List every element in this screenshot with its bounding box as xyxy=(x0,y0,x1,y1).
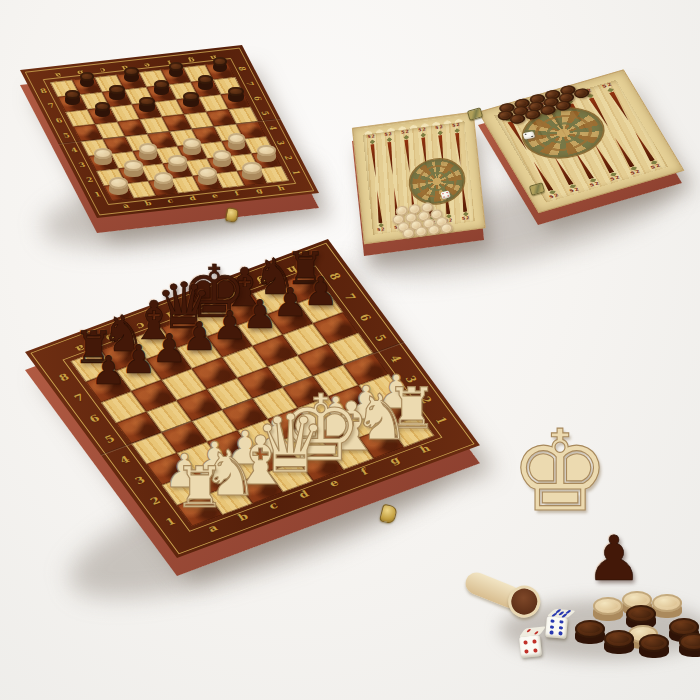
rank-label: 6 xyxy=(52,117,67,124)
file-label: g xyxy=(252,274,272,287)
rank-label: 5 xyxy=(59,132,74,139)
file-label: f xyxy=(354,465,374,478)
chess-board: aabbccddeeffgghh8877665544332211 xyxy=(25,239,480,558)
file-label: e xyxy=(324,476,344,489)
backgammon-hinge-far-icon xyxy=(467,107,483,120)
file-label: b xyxy=(140,200,157,208)
rank-label: 7 xyxy=(243,79,256,88)
rank-label: 7 xyxy=(44,102,59,109)
rank-label: 8 xyxy=(36,87,51,94)
file-label: c xyxy=(263,499,283,512)
file-label: d xyxy=(161,308,181,321)
file-label: d xyxy=(294,488,314,501)
die-pip xyxy=(447,195,449,197)
file-label: c xyxy=(162,197,179,205)
product-photo: aabbccddeeffgghh8877665544332211 5252525… xyxy=(0,0,700,700)
rank-label: 1 xyxy=(90,191,105,198)
backgammon-stone-light xyxy=(402,227,415,238)
rank-label: 1 xyxy=(289,168,302,177)
rank-label: 8 xyxy=(324,267,345,285)
file-label: b xyxy=(101,331,121,344)
file-label: g xyxy=(385,454,405,467)
backgammon-stone-light xyxy=(440,222,453,233)
die-pip xyxy=(442,193,444,195)
rank-label: 2 xyxy=(142,493,167,508)
rank-label: 7 xyxy=(339,288,360,306)
rank-label: 3 xyxy=(127,472,152,487)
file-label: e xyxy=(192,297,212,310)
file-label: h xyxy=(273,185,290,193)
rank-label: 1 xyxy=(158,514,183,529)
file-label: c xyxy=(131,320,151,333)
rank-label: 8 xyxy=(51,369,76,384)
file-label: f xyxy=(222,286,242,299)
file-label: h xyxy=(283,263,303,276)
rank-label: 1 xyxy=(430,411,451,429)
rank-label: 3 xyxy=(400,370,421,388)
rank-label: 4 xyxy=(385,350,406,368)
rank-label: 5 xyxy=(258,109,271,118)
checkers-board: aabbccddeeffgghh8877665544332211 xyxy=(20,45,319,218)
die-pip xyxy=(443,196,445,198)
rank-label: 3 xyxy=(75,161,90,168)
rank-label: 3 xyxy=(274,138,287,147)
file-label: h xyxy=(415,442,435,455)
rank-label: 5 xyxy=(97,431,122,446)
loose-white-king: ♚ xyxy=(504,415,616,527)
shadow-loose xyxy=(500,600,700,660)
file-label: d xyxy=(184,195,201,203)
rank-label: 4 xyxy=(266,123,279,132)
file-label: b xyxy=(71,69,88,77)
rank-label: 8 xyxy=(235,64,248,73)
die-pip xyxy=(446,192,448,194)
rank-label: 4 xyxy=(112,452,137,467)
file-label: b xyxy=(233,510,253,523)
file-label: a xyxy=(203,521,223,534)
loose-dark-pawn: ♟ xyxy=(583,528,645,590)
die-pip xyxy=(531,136,533,138)
backgammon-stone-light xyxy=(414,226,427,237)
file-label: a xyxy=(70,342,90,355)
file-label: e xyxy=(206,192,223,200)
file-label: e xyxy=(138,61,155,69)
file-label: c xyxy=(94,66,111,74)
rank-label: 2 xyxy=(281,153,294,162)
file-label: g xyxy=(251,187,268,195)
file-label: h xyxy=(205,54,222,62)
rank-label: 2 xyxy=(82,176,97,183)
file-label: f xyxy=(228,190,245,198)
file-label: a xyxy=(49,71,66,79)
rank-label: 5 xyxy=(370,329,391,347)
lying-piece-body xyxy=(462,569,524,611)
rank-label: 4 xyxy=(67,146,82,153)
file-label: d xyxy=(116,64,133,72)
rank-label: 7 xyxy=(66,390,91,405)
die-pip xyxy=(525,134,527,136)
backgammon-stone-light xyxy=(427,224,440,235)
file-label: f xyxy=(160,59,177,67)
rank-label: 2 xyxy=(415,391,436,409)
rank-label: 6 xyxy=(354,308,375,326)
file-label: a xyxy=(117,202,134,210)
rank-label: 6 xyxy=(82,411,107,426)
backgammon-left-half: 525252525252525252525252 xyxy=(352,112,486,244)
rank-label: 6 xyxy=(251,94,264,103)
file-label: g xyxy=(182,56,199,64)
